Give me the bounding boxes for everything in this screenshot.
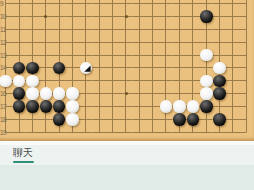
row-coordinate-label: 13 <box>0 52 10 59</box>
board-intersection[interactable] <box>119 49 132 62</box>
board-intersection[interactable] <box>119 113 132 126</box>
board-intersection[interactable] <box>213 23 226 36</box>
board-intersection[interactable] <box>106 100 119 113</box>
board-intersection[interactable] <box>213 49 226 62</box>
board-intersection[interactable] <box>239 113 252 126</box>
board-intersection[interactable] <box>186 126 199 139</box>
board-intersection[interactable] <box>186 74 199 87</box>
board-intersection[interactable] <box>79 100 92 113</box>
board-intersection[interactable] <box>26 0 39 10</box>
board-intersection[interactable] <box>186 10 199 23</box>
board-intersection[interactable] <box>239 10 252 23</box>
board-intersection[interactable] <box>146 10 159 23</box>
board-intersection[interactable] <box>186 0 199 10</box>
board-intersection[interactable] <box>52 49 65 62</box>
board-intersection[interactable] <box>106 61 119 74</box>
board-intersection[interactable] <box>39 113 52 126</box>
row-coordinate-label: 11 <box>0 26 10 33</box>
board-intersection[interactable] <box>159 61 172 74</box>
board-intersection[interactable] <box>226 74 239 87</box>
board-intersection[interactable] <box>52 23 65 36</box>
board-intersection[interactable] <box>226 36 239 49</box>
board-intersection[interactable] <box>199 126 212 139</box>
star-point <box>125 15 128 18</box>
row-coordinate-label: 12 <box>0 39 10 46</box>
board-intersection[interactable] <box>52 74 65 87</box>
board-intersection[interactable] <box>146 100 159 113</box>
board-intersection[interactable] <box>12 0 25 10</box>
board-intersection[interactable] <box>119 36 132 49</box>
board-intersection[interactable] <box>186 87 199 100</box>
board-intersection[interactable] <box>119 61 132 74</box>
board-intersection[interactable] <box>93 126 106 139</box>
board-intersection[interactable] <box>119 23 132 36</box>
board-intersection[interactable] <box>226 0 239 10</box>
board-intersection[interactable] <box>146 61 159 74</box>
board-intersection[interactable] <box>26 23 39 36</box>
board-intersection[interactable] <box>146 74 159 87</box>
white-stone <box>187 100 200 113</box>
board-intersection[interactable] <box>106 87 119 100</box>
board-intersection[interactable] <box>93 113 106 126</box>
board-intersection[interactable] <box>133 49 146 62</box>
board-intersection[interactable] <box>173 0 186 10</box>
board-intersection[interactable] <box>173 23 186 36</box>
board-intersection[interactable] <box>159 74 172 87</box>
white-stone <box>173 100 186 113</box>
board-intersection[interactable] <box>226 126 239 139</box>
board-intersection[interactable] <box>52 0 65 10</box>
row-coordinate-label: 19 <box>0 129 10 136</box>
board-intersection[interactable] <box>119 100 132 113</box>
board-intersection[interactable] <box>213 36 226 49</box>
board-intersection[interactable] <box>226 10 239 23</box>
row-coordinate-label: 17 <box>0 103 10 110</box>
board-intersection[interactable] <box>226 49 239 62</box>
board-intersection[interactable] <box>239 0 252 10</box>
board-intersection[interactable] <box>79 74 92 87</box>
board-intersection[interactable] <box>146 113 159 126</box>
board-intersection[interactable] <box>186 36 199 49</box>
board-intersection[interactable] <box>79 10 92 23</box>
board-intersection[interactable] <box>12 36 25 49</box>
board-intersection[interactable] <box>133 113 146 126</box>
last-move-marker <box>84 65 90 71</box>
board-intersection[interactable] <box>119 126 132 139</box>
board-intersection[interactable] <box>173 10 186 23</box>
board-intersection[interactable] <box>239 87 252 100</box>
board-intersection[interactable] <box>199 36 212 49</box>
board-intersection[interactable] <box>239 126 252 139</box>
chat-panel <box>0 166 254 190</box>
black-stone <box>213 75 226 88</box>
board-intersection[interactable] <box>133 126 146 139</box>
board-intersection[interactable] <box>146 126 159 139</box>
board-intersection[interactable] <box>26 113 39 126</box>
board-intersection[interactable] <box>93 100 106 113</box>
board-intersection[interactable] <box>12 10 25 23</box>
board-intersection[interactable] <box>26 126 39 139</box>
board-intersection[interactable] <box>146 23 159 36</box>
go-app-screen: 910111213141516171819 聊天 <box>0 0 254 190</box>
board-intersection[interactable] <box>66 23 79 36</box>
board-intersection[interactable] <box>39 23 52 36</box>
board-intersection[interactable] <box>173 126 186 139</box>
board-intersection[interactable] <box>213 100 226 113</box>
board-intersection[interactable] <box>66 36 79 49</box>
white-stone <box>40 87 53 100</box>
board-intersection[interactable] <box>173 61 186 74</box>
board-intersection[interactable] <box>66 74 79 87</box>
board-intersection[interactable] <box>12 113 25 126</box>
board-intersection[interactable] <box>66 61 79 74</box>
board-intersection[interactable] <box>106 23 119 36</box>
board-intersection[interactable] <box>186 23 199 36</box>
board-intersection[interactable] <box>12 23 25 36</box>
board-intersection[interactable] <box>26 36 39 49</box>
black-stone <box>187 113 200 126</box>
white-stone <box>66 87 79 100</box>
row-coordinate-label: 10 <box>0 13 10 20</box>
board-intersection[interactable] <box>146 0 159 10</box>
board-intersection[interactable] <box>12 49 25 62</box>
board-intersection[interactable] <box>226 23 239 36</box>
board-intersection[interactable] <box>79 49 92 62</box>
board-intersection[interactable] <box>173 87 186 100</box>
board-intersection[interactable] <box>239 74 252 87</box>
board-intersection[interactable] <box>159 10 172 23</box>
tab-chat[interactable]: 聊天 <box>13 147 35 163</box>
board-intersection[interactable] <box>119 74 132 87</box>
board-intersection[interactable] <box>239 23 252 36</box>
board-intersection[interactable] <box>133 74 146 87</box>
row-coordinate-label: 18 <box>0 116 10 123</box>
board-intersection[interactable] <box>39 61 52 74</box>
board-intersection[interactable] <box>93 49 106 62</box>
white-stone <box>213 62 226 75</box>
board-intersection[interactable] <box>133 23 146 36</box>
board-intersection[interactable] <box>173 74 186 87</box>
black-stone <box>26 62 39 75</box>
white-stone <box>66 113 79 126</box>
black-stone <box>213 87 226 100</box>
white-stone <box>200 75 213 88</box>
board-intersection[interactable] <box>119 0 132 10</box>
board-intersection[interactable] <box>93 23 106 36</box>
go-board: 910111213141516171819 <box>0 0 254 141</box>
board-intersection[interactable] <box>199 23 212 36</box>
white-stone <box>200 87 213 100</box>
row-coordinate-label: 16 <box>0 90 10 97</box>
board-intersection[interactable] <box>239 49 252 62</box>
board-intersection[interactable] <box>226 61 239 74</box>
board-intersection[interactable] <box>159 23 172 36</box>
board-intersection[interactable] <box>26 10 39 23</box>
board-intersection[interactable] <box>93 61 106 74</box>
board-intersection[interactable] <box>226 100 239 113</box>
board-intersection[interactable] <box>93 87 106 100</box>
white-stone <box>26 87 39 100</box>
board-intersection[interactable] <box>146 87 159 100</box>
board-intersection[interactable] <box>239 100 252 113</box>
white-stone <box>0 75 12 88</box>
board-intersection[interactable] <box>173 49 186 62</box>
board-intersection[interactable] <box>226 87 239 100</box>
board-intersection[interactable] <box>106 126 119 139</box>
board-intersection[interactable] <box>133 100 146 113</box>
board-intersection[interactable] <box>133 36 146 49</box>
board-intersection[interactable] <box>159 87 172 100</box>
board-intersection[interactable] <box>213 126 226 139</box>
row-coordinate-label: 9 <box>0 0 10 7</box>
board-intersection[interactable] <box>146 49 159 62</box>
board-intersection[interactable] <box>52 126 65 139</box>
chat-tab-label: 聊天 <box>13 147 35 159</box>
board-intersection[interactable] <box>39 49 52 62</box>
board-intersection[interactable] <box>133 87 146 100</box>
black-stone <box>40 100 53 113</box>
board-intersection[interactable] <box>79 87 92 100</box>
board-intersection[interactable] <box>106 10 119 23</box>
board-intersection[interactable] <box>186 61 199 74</box>
star-point <box>125 92 128 95</box>
black-stone <box>213 113 226 126</box>
board-intersection[interactable] <box>213 10 226 23</box>
board-intersection[interactable] <box>199 61 212 74</box>
board-intersection[interactable] <box>93 36 106 49</box>
board-intersection[interactable] <box>66 10 79 23</box>
board-intersection[interactable] <box>133 10 146 23</box>
black-stone <box>200 100 213 113</box>
board-intersection[interactable] <box>239 61 252 74</box>
white-stone <box>26 75 39 88</box>
active-tab-underline <box>13 161 34 164</box>
board-intersection[interactable] <box>106 36 119 49</box>
board-intersection[interactable] <box>226 113 239 126</box>
board-intersection[interactable] <box>199 0 212 10</box>
board-intersection[interactable] <box>133 61 146 74</box>
board-intersection[interactable] <box>199 113 212 126</box>
board-intersection[interactable] <box>106 0 119 10</box>
board-intersection[interactable] <box>52 36 65 49</box>
board-intersection[interactable] <box>213 0 226 10</box>
board-intersection[interactable] <box>106 49 119 62</box>
board-intersection[interactable] <box>93 0 106 10</box>
white-stone <box>66 100 79 113</box>
board-intersection[interactable] <box>66 0 79 10</box>
board-intersection[interactable] <box>106 74 119 87</box>
row-coordinate-label: 14 <box>0 64 10 71</box>
board-intersection[interactable] <box>79 0 92 10</box>
board-intersection[interactable] <box>159 36 172 49</box>
board-intersection[interactable] <box>66 49 79 62</box>
board-intersection[interactable] <box>26 49 39 62</box>
board-intersection[interactable] <box>12 126 25 139</box>
board-intersection[interactable] <box>159 126 172 139</box>
board-intersection[interactable] <box>93 74 106 87</box>
chat-tab-bar: 聊天 <box>0 145 254 166</box>
board-intersection[interactable] <box>239 36 252 49</box>
board-intersection[interactable] <box>186 49 199 62</box>
board-intersection[interactable] <box>106 113 119 126</box>
board-intersection[interactable] <box>79 23 92 36</box>
board-intersection[interactable] <box>159 0 172 10</box>
board-intersection[interactable] <box>159 49 172 62</box>
board-intersection[interactable] <box>39 74 52 87</box>
black-stone <box>173 113 186 126</box>
board-intersection[interactable] <box>79 36 92 49</box>
black-stone <box>26 100 39 113</box>
board-intersection[interactable] <box>133 0 146 10</box>
board-intersection[interactable] <box>173 36 186 49</box>
board-intersection[interactable] <box>39 36 52 49</box>
black-stone <box>200 10 213 23</box>
board-intersection[interactable] <box>79 113 92 126</box>
board-intersection[interactable] <box>52 10 65 23</box>
board-intersection[interactable] <box>39 126 52 139</box>
white-stone <box>200 49 213 62</box>
board-intersection[interactable] <box>159 113 172 126</box>
board-intersection[interactable] <box>79 126 92 139</box>
board-intersection[interactable] <box>39 0 52 10</box>
board-intersection[interactable] <box>93 10 106 23</box>
board-intersection[interactable] <box>146 36 159 49</box>
board-intersection[interactable] <box>66 126 79 139</box>
